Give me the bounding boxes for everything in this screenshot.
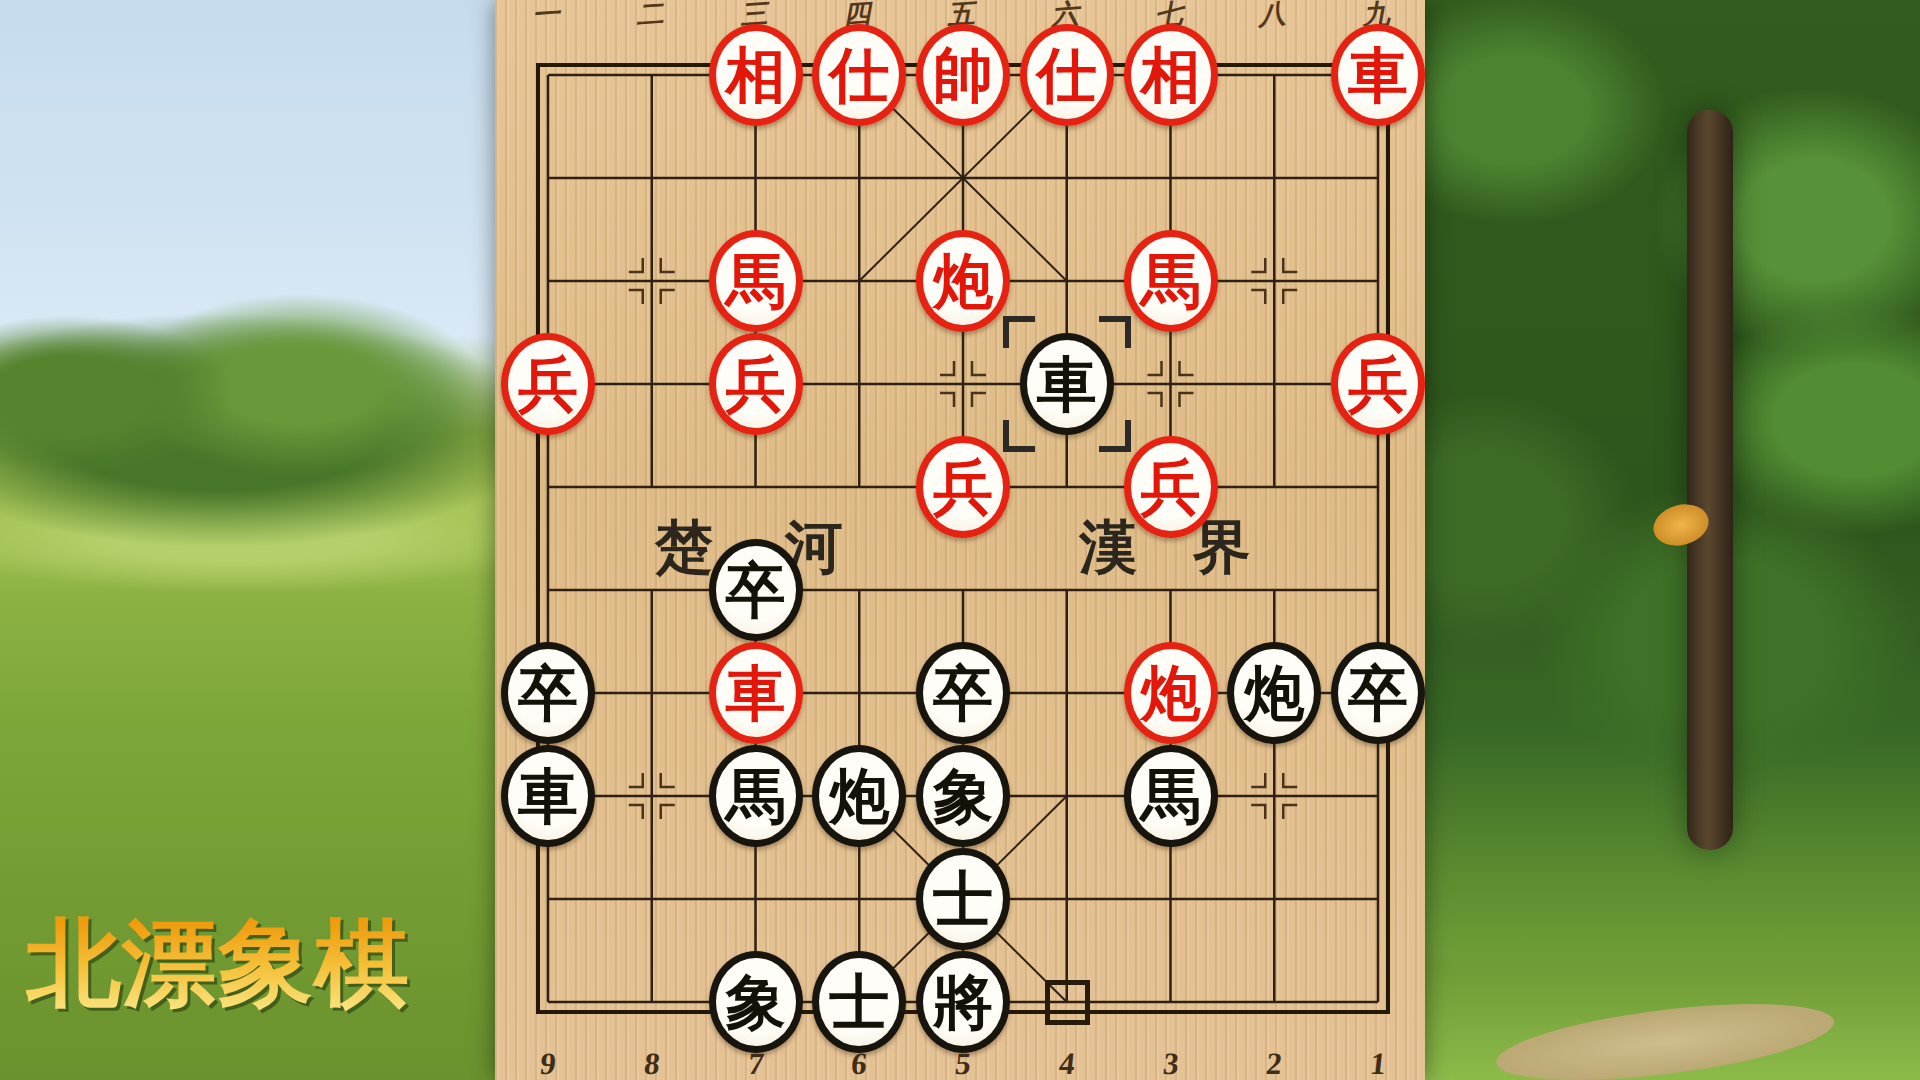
xiangqi-piece-black-象-f3r9[interactable]: 象 [709,951,803,1053]
tree-trunk [1687,110,1733,850]
xiangqi-piece-black-將-f5r9[interactable]: 將 [916,951,1010,1053]
xiangqi-piece-red-車-f9r0[interactable]: 車 [1331,24,1425,126]
xiangqi-piece-red-帥-f5r0[interactable]: 帥 [916,24,1010,126]
xiangqi-piece-red-車-f3r6[interactable]: 車 [709,642,803,744]
xiangqi-piece-red-兵-f7r4[interactable]: 兵 [1124,436,1218,538]
xiangqi-piece-red-兵-f5r4[interactable]: 兵 [916,436,1010,538]
bracket-corner-icon [1003,316,1035,348]
xiangqi-piece-red-仕-f6r0[interactable]: 仕 [1020,24,1114,126]
xiangqi-piece-black-士-f5r8[interactable]: 士 [916,848,1010,950]
xiangqi-piece-red-相-f7r0[interactable]: 相 [1124,24,1218,126]
xiangqi-piece-red-兵-f1r3[interactable]: 兵 [501,333,595,435]
xiangqi-piece-red-炮-f7r6[interactable]: 炮 [1124,642,1218,744]
bracket-corner-icon [1099,420,1131,452]
xiangqi-piece-black-卒-f9r6[interactable]: 卒 [1331,642,1425,744]
xiangqi-piece-black-馬-f7r7[interactable]: 馬 [1124,745,1218,847]
xiangqi-piece-black-卒-f3r5[interactable]: 卒 [709,539,803,641]
xiangqi-piece-red-炮-f5r2[interactable]: 炮 [916,230,1010,332]
xiangqi-piece-red-馬-f7r2[interactable]: 馬 [1124,230,1218,332]
xiangqi-piece-black-象-f5r7[interactable]: 象 [916,745,1010,847]
bracket-corner-icon [1099,316,1131,348]
xiangqi-piece-black-炮-f4r7[interactable]: 炮 [812,745,906,847]
file-label-bottom-4: 4 [1057,1046,1076,1080]
bracket-corner-icon [1003,420,1035,452]
xiangqi-piece-black-馬-f3r7[interactable]: 馬 [709,745,803,847]
xiangqi-piece-black-卒-f5r6[interactable]: 卒 [916,642,1010,744]
xiangqi-piece-red-仕-f4r0[interactable]: 仕 [812,24,906,126]
last-move-origin-marker [1045,980,1090,1025]
xiangqi-piece-red-兵-f9r3[interactable]: 兵 [1331,333,1425,435]
xiangqi-piece-red-相-f3r0[interactable]: 相 [709,24,803,126]
background-photo-left: 北漂象棋 [0,0,495,1080]
xiangqi-piece-red-兵-f3r3[interactable]: 兵 [709,333,803,435]
app-title: 北漂象棋 [26,914,410,1014]
file-label-bottom-8: 8 [642,1046,661,1080]
xiangqi-piece-red-馬-f3r2[interactable]: 馬 [709,230,803,332]
app-screenshot: 北漂象棋 楚河 漢界 一二三四五六七八九 987654321 相仕帥仕相車馬炮馬… [0,0,1920,1080]
xiangqi-piece-black-車-f1r7[interactable]: 車 [501,745,595,847]
background-photo-right [1425,0,1920,1080]
xiangqi-piece-black-士-f4r9[interactable]: 士 [812,951,906,1053]
xiangqi-piece-black-炮-f8r6[interactable]: 炮 [1227,642,1321,744]
xiangqi-piece-black-卒-f1r6[interactable]: 卒 [501,642,595,744]
file-label-bottom-3: 3 [1161,1046,1180,1080]
xiangqi-piece-black-車-f6r3[interactable]: 車 [1020,333,1114,435]
xiangqi-board[interactable]: 楚河 漢界 一二三四五六七八九 987654321 相仕帥仕相車馬炮馬兵兵車兵兵… [495,0,1425,1080]
